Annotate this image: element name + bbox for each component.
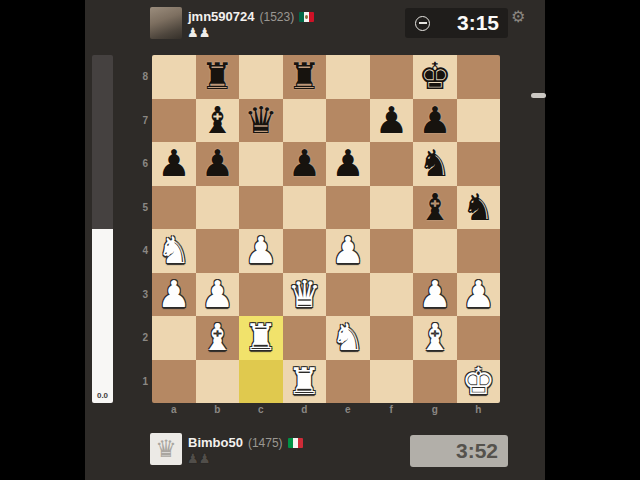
square-h2[interactable]	[457, 316, 501, 360]
square-b5[interactable]	[196, 186, 240, 230]
chess-board: ♜♜♚♝♛♟♟♟♟♟♟♞♝♞♞♟♟♟♟♛♟♟♝♜♞♝♜♚	[152, 55, 500, 403]
square-h5[interactable]: ♞	[457, 186, 501, 230]
square-e5[interactable]	[326, 186, 370, 230]
file-label-b: b	[196, 404, 240, 418]
square-b6[interactable]: ♟	[196, 142, 240, 186]
square-h7[interactable]	[457, 99, 501, 143]
square-d4[interactable]	[283, 229, 327, 273]
square-b1[interactable]	[196, 360, 240, 404]
white-knight-e2: ♞	[331, 316, 364, 359]
chess-piece-avatar-icon: ♛	[155, 437, 177, 461]
file-labels: abcdefgh	[152, 404, 500, 418]
evaluation-black-section	[92, 55, 113, 229]
top-clock-time: 3:15	[430, 11, 508, 35]
chess-app-panel: jmn590724 (1523) ♟♟ 3:15 ⚙ 0.0 87654321 …	[85, 0, 545, 480]
bottom-player-clock: 3:52	[410, 435, 508, 467]
square-g7[interactable]: ♟	[413, 99, 457, 143]
white-king-h1: ♚	[462, 360, 495, 403]
file-label-g: g	[413, 404, 457, 418]
black-knight-h5: ♞	[462, 186, 495, 229]
rank-label-5: 5	[133, 186, 148, 230]
square-c8[interactable]	[239, 55, 283, 99]
square-e3[interactable]	[326, 273, 370, 317]
square-a2[interactable]	[152, 316, 196, 360]
square-h8[interactable]	[457, 55, 501, 99]
bottom-player-rating: (1475)	[248, 436, 283, 450]
black-rook-b8: ♜	[201, 55, 234, 98]
square-e2[interactable]: ♞	[326, 316, 370, 360]
square-g8[interactable]: ♚	[413, 55, 457, 99]
square-b7[interactable]: ♝	[196, 99, 240, 143]
bottom-player-name-row[interactable]: Bimbo50 (1475)	[188, 435, 303, 450]
white-knight-a4: ♞	[157, 229, 190, 272]
bottom-player-captured-pawns: ♟♟	[187, 452, 210, 465]
top-player-avatar[interactable]	[150, 7, 182, 39]
black-king-g8: ♚	[418, 55, 451, 98]
top-player-clock: 3:15	[405, 8, 508, 38]
square-f7[interactable]: ♟	[370, 99, 414, 143]
square-b3[interactable]: ♟	[196, 273, 240, 317]
square-g6[interactable]: ♞	[413, 142, 457, 186]
square-d2[interactable]	[283, 316, 327, 360]
square-a8[interactable]	[152, 55, 196, 99]
square-h4[interactable]	[457, 229, 501, 273]
square-c7[interactable]: ♛	[239, 99, 283, 143]
top-player-rating: (1523)	[260, 10, 295, 24]
italy-flag-icon	[288, 438, 303, 448]
square-d6[interactable]: ♟	[283, 142, 327, 186]
square-e6[interactable]: ♟	[326, 142, 370, 186]
square-d7[interactable]	[283, 99, 327, 143]
rank-label-6: 6	[133, 142, 148, 186]
square-f4[interactable]	[370, 229, 414, 273]
top-player-captured-pawns: ♟♟	[187, 26, 210, 39]
evaluation-white-section: 0.0	[92, 229, 113, 403]
square-g5[interactable]: ♝	[413, 186, 457, 230]
square-a5[interactable]	[152, 186, 196, 230]
black-bishop-b7: ♝	[201, 99, 234, 142]
file-label-d: d	[283, 404, 327, 418]
square-g1[interactable]	[413, 360, 457, 404]
square-b8[interactable]: ♜	[196, 55, 240, 99]
white-pawn-b3: ♟	[201, 273, 234, 316]
square-f8[interactable]	[370, 55, 414, 99]
square-f2[interactable]	[370, 316, 414, 360]
rank-label-1: 1	[133, 360, 148, 404]
rank-label-2: 2	[133, 316, 148, 360]
white-rook-c2: ♜	[244, 316, 277, 359]
white-pawn-e4: ♟	[331, 229, 364, 272]
square-e1[interactable]	[326, 360, 370, 404]
square-a6[interactable]: ♟	[152, 142, 196, 186]
white-bishop-b2: ♝	[201, 316, 234, 359]
square-d1[interactable]: ♜	[283, 360, 327, 404]
black-pawn-e6: ♟	[331, 142, 364, 185]
square-c6[interactable]	[239, 142, 283, 186]
square-a1[interactable]	[152, 360, 196, 404]
white-pawn-a3: ♟	[157, 273, 190, 316]
square-a7[interactable]	[152, 99, 196, 143]
square-b2[interactable]: ♝	[196, 316, 240, 360]
white-rook-d1: ♜	[288, 360, 321, 403]
square-e8[interactable]	[326, 55, 370, 99]
square-f5[interactable]	[370, 186, 414, 230]
bottom-player-avatar[interactable]: ♛	[150, 433, 182, 465]
square-g2[interactable]: ♝	[413, 316, 457, 360]
file-label-f: f	[370, 404, 414, 418]
rank-label-4: 4	[133, 229, 148, 273]
evaluation-bar: 0.0	[92, 55, 113, 403]
black-pawn-f7: ♟	[375, 99, 408, 142]
square-h1[interactable]: ♚	[457, 360, 501, 404]
square-c1[interactable]	[239, 360, 283, 404]
file-label-h: h	[457, 404, 501, 418]
square-e7[interactable]	[326, 99, 370, 143]
mexico-flag-icon	[299, 12, 314, 22]
square-d8[interactable]: ♜	[283, 55, 327, 99]
square-b4[interactable]	[196, 229, 240, 273]
bottom-player-name[interactable]: Bimbo50	[188, 435, 243, 450]
square-f6[interactable]	[370, 142, 414, 186]
rank-label-3: 3	[133, 273, 148, 317]
top-player-name-row[interactable]: jmn590724 (1523)	[188, 9, 314, 24]
square-h3[interactable]: ♟	[457, 273, 501, 317]
black-knight-g6: ♞	[418, 142, 451, 185]
gear-icon[interactable]: ⚙	[511, 7, 525, 27]
square-d5[interactable]	[283, 186, 327, 230]
top-player-name[interactable]: jmn590724	[188, 9, 255, 24]
evaluation-value: 0.0	[92, 391, 113, 400]
square-e4[interactable]: ♟	[326, 229, 370, 273]
square-g4[interactable]	[413, 229, 457, 273]
black-pawn-a6: ♟	[157, 142, 190, 185]
square-c4[interactable]: ♟	[239, 229, 283, 273]
black-pawn-b6: ♟	[201, 142, 234, 185]
square-f3[interactable]	[370, 273, 414, 317]
white-pawn-h3: ♟	[462, 273, 495, 316]
rank-label-7: 7	[133, 99, 148, 143]
square-c5[interactable]	[239, 186, 283, 230]
bottom-clock-time: 3:52	[410, 439, 508, 463]
white-queen-d3: ♛	[288, 273, 321, 316]
square-h6[interactable]	[457, 142, 501, 186]
rank-label-8: 8	[133, 55, 148, 99]
rank-labels: 87654321	[133, 55, 148, 403]
circle-minus-icon	[415, 16, 430, 31]
scrollbar-thumb[interactable]	[531, 93, 546, 98]
file-label-c: c	[239, 404, 283, 418]
file-label-e: e	[326, 404, 370, 418]
square-c2[interactable]: ♜	[239, 316, 283, 360]
square-d3[interactable]: ♛	[283, 273, 327, 317]
screen: jmn590724 (1523) ♟♟ 3:15 ⚙ 0.0 87654321 …	[0, 0, 640, 480]
file-label-a: a	[152, 404, 196, 418]
square-f1[interactable]	[370, 360, 414, 404]
white-pawn-c4: ♟	[244, 229, 277, 272]
white-bishop-g2: ♝	[418, 316, 451, 359]
black-rook-d8: ♜	[288, 55, 321, 98]
square-a4[interactable]: ♞	[152, 229, 196, 273]
square-c3[interactable]	[239, 273, 283, 317]
black-pawn-d6: ♟	[288, 142, 321, 185]
black-bishop-g5: ♝	[418, 186, 451, 229]
black-pawn-g7: ♟	[418, 99, 451, 142]
black-queen-c7: ♛	[244, 99, 277, 142]
white-pawn-g3: ♟	[418, 273, 451, 316]
square-a3[interactable]: ♟	[152, 273, 196, 317]
square-g3[interactable]: ♟	[413, 273, 457, 317]
